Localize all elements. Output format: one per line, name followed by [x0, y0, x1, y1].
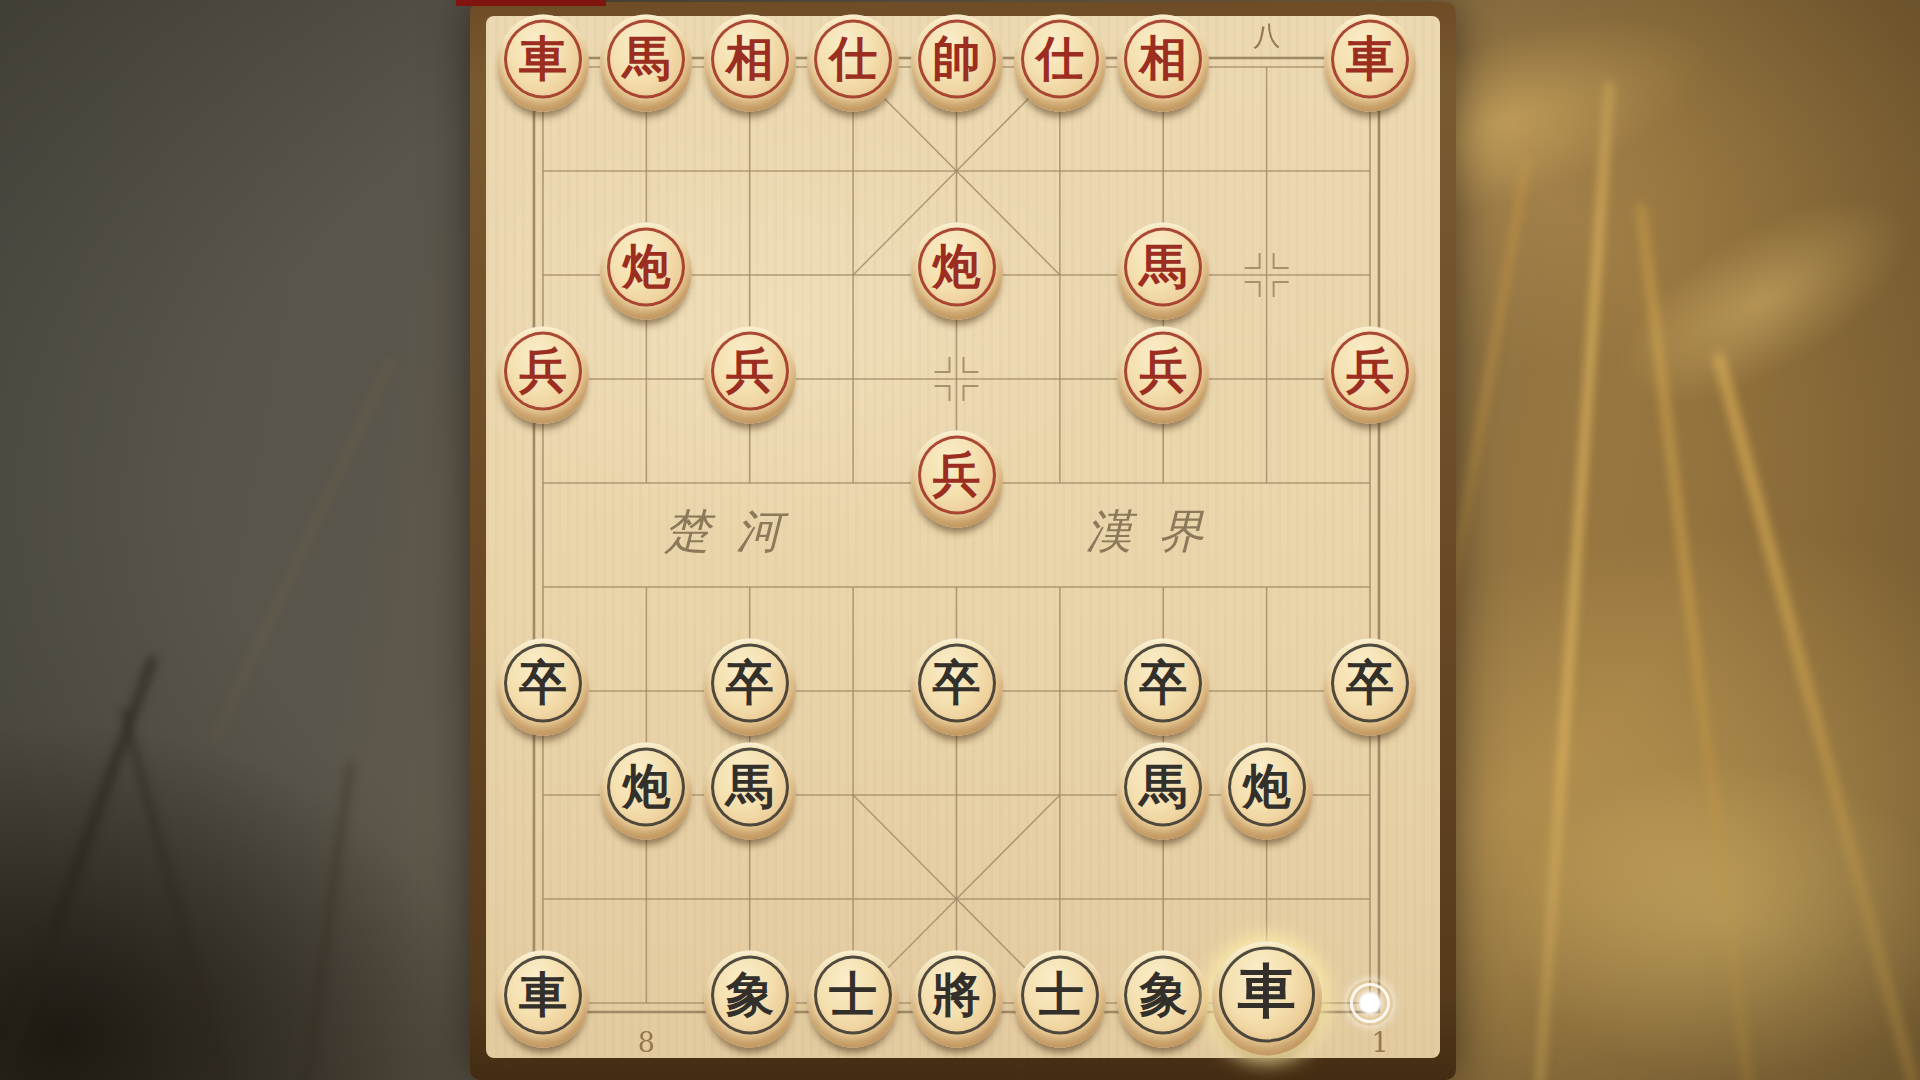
- xiangqi-board[interactable]: 楚河 漢界 八81: [470, 2, 1456, 1080]
- piece-character: 車: [1212, 963, 1322, 1021]
- piece-character: 車: [1324, 33, 1416, 81]
- piece-character: 兵: [704, 345, 796, 393]
- piece-character: 兵: [1117, 345, 1209, 393]
- piece-character: 車: [497, 33, 589, 81]
- board-face[interactable]: 楚河 漢界: [486, 16, 1440, 1058]
- piece-character: 卒: [1117, 657, 1209, 705]
- piece-character: 士: [1014, 969, 1106, 1017]
- piece-black-chariot[interactable]: 車: [1212, 941, 1322, 1055]
- piece-character: 炮: [600, 761, 692, 809]
- piece-red-chariot[interactable]: 車: [497, 15, 589, 112]
- piece-black-cannon[interactable]: 炮: [1221, 743, 1313, 840]
- piece-black-horse[interactable]: 馬: [704, 743, 796, 840]
- piece-red-soldier[interactable]: 兵: [497, 327, 589, 424]
- piece-red-general[interactable]: 帥: [911, 15, 1003, 112]
- river-label-right: 漢界: [1086, 501, 1230, 563]
- file-label-八: 八: [1253, 18, 1280, 54]
- piece-black-advisor[interactable]: 士: [807, 951, 899, 1048]
- piece-black-soldier[interactable]: 卒: [704, 639, 796, 736]
- piece-black-horse[interactable]: 馬: [1117, 743, 1209, 840]
- piece-red-elephant[interactable]: 相: [1117, 15, 1209, 112]
- piece-character: 相: [1117, 33, 1209, 81]
- piece-character: 卒: [704, 657, 796, 705]
- piece-black-elephant[interactable]: 象: [704, 951, 796, 1048]
- piece-black-soldier[interactable]: 卒: [497, 639, 589, 736]
- piece-red-advisor[interactable]: 仕: [1014, 15, 1106, 112]
- piece-black-soldier[interactable]: 卒: [911, 639, 1003, 736]
- piece-character: 將: [911, 969, 1003, 1017]
- piece-character: 帥: [911, 33, 1003, 81]
- piece-character: 兵: [497, 345, 589, 393]
- piece-character: 卒: [1324, 657, 1416, 705]
- piece-character: 仕: [807, 33, 899, 81]
- piece-red-soldier[interactable]: 兵: [911, 431, 1003, 528]
- piece-character: 車: [497, 969, 589, 1017]
- piece-character: 相: [704, 33, 796, 81]
- piece-character: 兵: [911, 449, 1003, 497]
- piece-red-advisor[interactable]: 仕: [807, 15, 899, 112]
- piece-red-chariot[interactable]: 車: [1324, 15, 1416, 112]
- piece-black-advisor[interactable]: 士: [1014, 951, 1106, 1048]
- piece-red-cannon[interactable]: 炮: [600, 223, 692, 320]
- piece-character: 象: [1117, 969, 1209, 1017]
- piece-black-elephant[interactable]: 象: [1117, 951, 1209, 1048]
- piece-character: 炮: [911, 241, 1003, 289]
- piece-character: 馬: [1117, 761, 1209, 809]
- piece-character: 兵: [1324, 345, 1416, 393]
- piece-character: 馬: [600, 33, 692, 81]
- piece-black-soldier[interactable]: 卒: [1117, 639, 1209, 736]
- piece-red-horse[interactable]: 馬: [1117, 223, 1209, 320]
- board-grid-lines: [486, 16, 1440, 1058]
- piece-character: 炮: [600, 241, 692, 289]
- piece-character: 炮: [1221, 761, 1313, 809]
- file-label-8: 8: [638, 1027, 655, 1058]
- piece-character: 卒: [497, 657, 589, 705]
- piece-black-chariot[interactable]: 車: [497, 951, 589, 1048]
- piece-character: 卒: [911, 657, 1003, 705]
- river-label-left: 楚河: [664, 501, 808, 563]
- piece-red-cannon[interactable]: 炮: [911, 223, 1003, 320]
- piece-character: 馬: [1117, 241, 1209, 289]
- top-left-red-bar: [456, 0, 606, 6]
- piece-character: 仕: [1014, 33, 1106, 81]
- file-label-1: 1: [1371, 1027, 1388, 1058]
- piece-red-horse[interactable]: 馬: [600, 15, 692, 112]
- piece-red-soldier[interactable]: 兵: [1324, 327, 1416, 424]
- piece-red-soldier[interactable]: 兵: [1117, 327, 1209, 424]
- piece-red-elephant[interactable]: 相: [704, 15, 796, 112]
- piece-black-general[interactable]: 將: [911, 951, 1003, 1048]
- piece-black-cannon[interactable]: 炮: [600, 743, 692, 840]
- piece-red-soldier[interactable]: 兵: [704, 327, 796, 424]
- piece-character: 馬: [704, 761, 796, 809]
- piece-black-soldier[interactable]: 卒: [1324, 639, 1416, 736]
- piece-character: 士: [807, 969, 899, 1017]
- piece-character: 象: [704, 969, 796, 1017]
